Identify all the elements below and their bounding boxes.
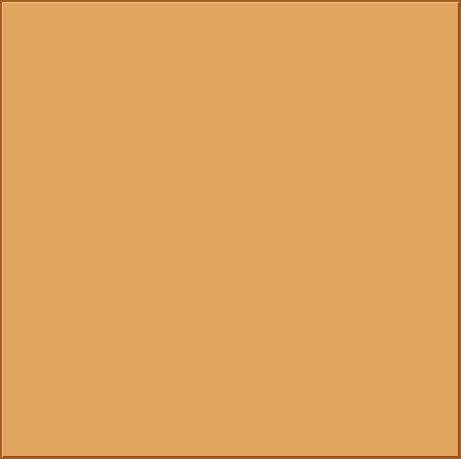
goban	[0, 0, 461, 459]
